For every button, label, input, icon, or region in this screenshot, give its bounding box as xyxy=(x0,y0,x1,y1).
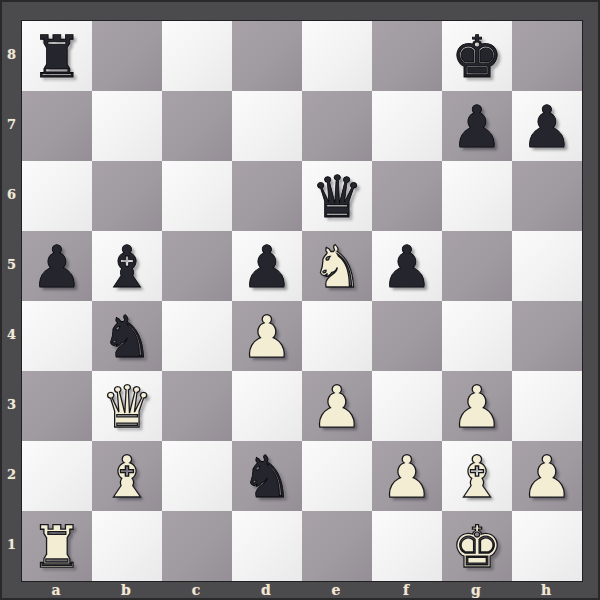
square-b6[interactable] xyxy=(92,161,162,231)
rank-label-5: 5 xyxy=(2,230,21,300)
square-e6[interactable]: ♛ xyxy=(302,161,372,231)
black-knight-d2[interactable]: ♞ xyxy=(232,441,302,511)
white-knight-e5[interactable]: ♞ xyxy=(302,231,372,301)
square-b4[interactable]: ♞ xyxy=(92,301,162,371)
square-a3[interactable] xyxy=(22,371,92,441)
square-h5[interactable] xyxy=(512,231,582,301)
square-f7[interactable] xyxy=(372,91,442,161)
square-b5[interactable]: ♝ xyxy=(92,231,162,301)
square-g8[interactable]: ♚ xyxy=(442,21,512,91)
white-bishop-g2[interactable]: ♝ xyxy=(442,441,512,511)
square-g3[interactable]: ♟ xyxy=(442,371,512,441)
file-label-h: h xyxy=(511,581,581,600)
white-rook-a1[interactable]: ♜ xyxy=(22,511,92,581)
square-a1[interactable]: ♜ xyxy=(22,511,92,581)
square-d5[interactable]: ♟ xyxy=(232,231,302,301)
white-pawn-g3[interactable]: ♟ xyxy=(442,371,512,441)
square-h2[interactable]: ♟ xyxy=(512,441,582,511)
rank-label-8: 8 xyxy=(2,20,21,90)
square-h4[interactable] xyxy=(512,301,582,371)
square-d2[interactable]: ♞ xyxy=(232,441,302,511)
square-f4[interactable] xyxy=(372,301,442,371)
square-g6[interactable] xyxy=(442,161,512,231)
square-b3[interactable]: ♛ xyxy=(92,371,162,441)
square-c2[interactable] xyxy=(162,441,232,511)
chess-board-frame: ♜♚♟♟♛♟♝♟♞♟♞♟♛♟♟♝♞♟♝♟♜♚ 87654321abcdefgh xyxy=(0,0,600,600)
square-g1[interactable]: ♚ xyxy=(442,511,512,581)
square-e5[interactable]: ♞ xyxy=(302,231,372,301)
black-bishop-b5[interactable]: ♝ xyxy=(92,231,162,301)
square-c7[interactable] xyxy=(162,91,232,161)
square-h6[interactable] xyxy=(512,161,582,231)
square-c5[interactable] xyxy=(162,231,232,301)
square-e3[interactable]: ♟ xyxy=(302,371,372,441)
black-pawn-f5[interactable]: ♟ xyxy=(372,231,442,301)
file-label-d: d xyxy=(231,581,301,600)
white-king-g1[interactable]: ♚ xyxy=(442,511,512,581)
square-a2[interactable] xyxy=(22,441,92,511)
rank-label-6: 6 xyxy=(2,160,21,230)
square-e1[interactable] xyxy=(302,511,372,581)
white-pawn-e3[interactable]: ♟ xyxy=(302,371,372,441)
square-f1[interactable] xyxy=(372,511,442,581)
rank-label-2: 2 xyxy=(2,440,21,510)
square-g2[interactable]: ♝ xyxy=(442,441,512,511)
file-label-a: a xyxy=(21,581,91,600)
rank-label-7: 7 xyxy=(2,90,21,160)
square-b8[interactable] xyxy=(92,21,162,91)
square-f5[interactable]: ♟ xyxy=(372,231,442,301)
square-g7[interactable]: ♟ xyxy=(442,91,512,161)
black-pawn-h7[interactable]: ♟ xyxy=(512,91,582,161)
black-pawn-d5[interactable]: ♟ xyxy=(232,231,302,301)
square-h7[interactable]: ♟ xyxy=(512,91,582,161)
square-h1[interactable] xyxy=(512,511,582,581)
file-label-c: c xyxy=(161,581,231,600)
black-pawn-a5[interactable]: ♟ xyxy=(22,231,92,301)
square-g5[interactable] xyxy=(442,231,512,301)
rank-label-4: 4 xyxy=(2,300,21,370)
square-b2[interactable]: ♝ xyxy=(92,441,162,511)
file-label-b: b xyxy=(91,581,161,600)
square-d1[interactable] xyxy=(232,511,302,581)
white-pawn-d4[interactable]: ♟ xyxy=(232,301,302,371)
square-e2[interactable] xyxy=(302,441,372,511)
square-c3[interactable] xyxy=(162,371,232,441)
square-c8[interactable] xyxy=(162,21,232,91)
square-d7[interactable] xyxy=(232,91,302,161)
square-e8[interactable] xyxy=(302,21,372,91)
white-queen-b3[interactable]: ♛ xyxy=(92,371,162,441)
black-queen-e6[interactable]: ♛ xyxy=(302,161,372,231)
square-a4[interactable] xyxy=(22,301,92,371)
square-d6[interactable] xyxy=(232,161,302,231)
square-b7[interactable] xyxy=(92,91,162,161)
square-f8[interactable] xyxy=(372,21,442,91)
square-h3[interactable] xyxy=(512,371,582,441)
square-d4[interactable]: ♟ xyxy=(232,301,302,371)
black-rook-a8[interactable]: ♜ xyxy=(22,21,92,91)
square-h8[interactable] xyxy=(512,21,582,91)
square-f2[interactable]: ♟ xyxy=(372,441,442,511)
square-a6[interactable] xyxy=(22,161,92,231)
square-c6[interactable] xyxy=(162,161,232,231)
file-label-g: g xyxy=(441,581,511,600)
square-f6[interactable] xyxy=(372,161,442,231)
white-pawn-h2[interactable]: ♟ xyxy=(512,441,582,511)
black-knight-b4[interactable]: ♞ xyxy=(92,301,162,371)
square-a8[interactable]: ♜ xyxy=(22,21,92,91)
square-f3[interactable] xyxy=(372,371,442,441)
square-d3[interactable] xyxy=(232,371,302,441)
square-e7[interactable] xyxy=(302,91,372,161)
white-bishop-b2[interactable]: ♝ xyxy=(92,441,162,511)
rank-label-3: 3 xyxy=(2,370,21,440)
white-pawn-f2[interactable]: ♟ xyxy=(372,441,442,511)
rank-label-1: 1 xyxy=(2,510,21,580)
black-pawn-g7[interactable]: ♟ xyxy=(442,91,512,161)
square-g4[interactable] xyxy=(442,301,512,371)
black-king-g8[interactable]: ♚ xyxy=(442,21,512,91)
square-a7[interactable] xyxy=(22,91,92,161)
file-label-e: e xyxy=(301,581,371,600)
square-c1[interactable] xyxy=(162,511,232,581)
square-b1[interactable] xyxy=(92,511,162,581)
square-a5[interactable]: ♟ xyxy=(22,231,92,301)
square-d8[interactable] xyxy=(232,21,302,91)
square-c4[interactable] xyxy=(162,301,232,371)
chess-board: ♜♚♟♟♛♟♝♟♞♟♞♟♛♟♟♝♞♟♝♟♜♚ xyxy=(21,20,583,582)
file-label-f: f xyxy=(371,581,441,600)
square-e4[interactable] xyxy=(302,301,372,371)
